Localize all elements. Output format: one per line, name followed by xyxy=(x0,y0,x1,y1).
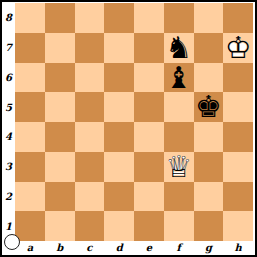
square-a1[interactable] xyxy=(15,211,45,241)
file-labels: abcdefgh xyxy=(15,241,253,254)
rank-label-8: 8 xyxy=(2,3,15,33)
board: ♞♚♔♝♚♛♕ xyxy=(15,3,253,241)
square-c4[interactable] xyxy=(75,122,105,152)
black-king-glyph: ♚ xyxy=(194,92,224,122)
square-g1[interactable] xyxy=(194,211,224,241)
square-c3[interactable] xyxy=(75,152,105,182)
square-e1[interactable] xyxy=(134,211,164,241)
square-h3[interactable] xyxy=(223,152,253,182)
square-g3[interactable] xyxy=(194,152,224,182)
square-e3[interactable] xyxy=(134,152,164,182)
rank-label-4: 4 xyxy=(2,122,15,152)
file-label-b: b xyxy=(45,241,75,254)
square-d7[interactable] xyxy=(104,33,134,63)
rank-label-6: 6 xyxy=(2,63,15,93)
square-c8[interactable] xyxy=(75,3,105,33)
square-a7[interactable] xyxy=(15,33,45,63)
square-g4[interactable] xyxy=(194,122,224,152)
square-h2[interactable] xyxy=(223,182,253,212)
file-label-c: c xyxy=(75,241,105,254)
square-c1[interactable] xyxy=(75,211,105,241)
square-a6[interactable] xyxy=(15,63,45,93)
square-e5[interactable] xyxy=(134,92,164,122)
square-f5[interactable] xyxy=(164,92,194,122)
black-bishop-glyph: ♝ xyxy=(164,63,194,93)
square-b5[interactable] xyxy=(45,92,75,122)
square-h7[interactable]: ♚♔ xyxy=(223,33,253,63)
file-label-d: d xyxy=(104,241,134,254)
square-h8[interactable] xyxy=(223,3,253,33)
square-d1[interactable] xyxy=(104,211,134,241)
square-c5[interactable] xyxy=(75,92,105,122)
square-g7[interactable] xyxy=(194,33,224,63)
file-label-h: h xyxy=(223,241,253,254)
square-g6[interactable] xyxy=(194,63,224,93)
file-label-g: g xyxy=(194,241,224,254)
square-e7[interactable] xyxy=(134,33,164,63)
square-c6[interactable] xyxy=(75,63,105,93)
square-d8[interactable] xyxy=(104,3,134,33)
square-h6[interactable] xyxy=(223,63,253,93)
square-a2[interactable] xyxy=(15,182,45,212)
diagram-frame: 87654321 ♞♚♔♝♚♛♕ abcdefgh xyxy=(0,0,257,257)
square-d3[interactable] xyxy=(104,152,134,182)
square-e6[interactable] xyxy=(134,63,164,93)
square-f8[interactable] xyxy=(164,3,194,33)
square-h4[interactable] xyxy=(223,122,253,152)
white-queen-outline: ♕ xyxy=(164,152,194,182)
square-g2[interactable] xyxy=(194,182,224,212)
rank-label-5: 5 xyxy=(2,92,15,122)
white-to-move-indicator xyxy=(4,234,20,250)
black-knight-glyph: ♞ xyxy=(164,33,194,63)
square-f3[interactable]: ♛♕ xyxy=(164,152,194,182)
square-d6[interactable] xyxy=(104,63,134,93)
square-f1[interactable] xyxy=(164,211,194,241)
square-g8[interactable] xyxy=(194,3,224,33)
square-d2[interactable] xyxy=(104,182,134,212)
black-bishop: ♝ xyxy=(164,63,194,93)
square-e4[interactable] xyxy=(134,122,164,152)
square-d4[interactable] xyxy=(104,122,134,152)
square-g5[interactable]: ♚ xyxy=(194,92,224,122)
rank-label-3: 3 xyxy=(2,152,15,182)
diagram-margin: 87654321 ♞♚♔♝♚♛♕ abcdefgh xyxy=(2,2,255,255)
rank-label-2: 2 xyxy=(2,182,15,212)
square-a8[interactable] xyxy=(15,3,45,33)
square-e8[interactable] xyxy=(134,3,164,33)
square-f7[interactable]: ♞ xyxy=(164,33,194,63)
square-b4[interactable] xyxy=(45,122,75,152)
square-a3[interactable] xyxy=(15,152,45,182)
square-e2[interactable] xyxy=(134,182,164,212)
black-knight: ♞ xyxy=(164,33,194,63)
square-c7[interactable] xyxy=(75,33,105,63)
white-king-outline: ♔ xyxy=(223,33,253,63)
rank-labels: 87654321 xyxy=(2,3,15,241)
file-label-f: f xyxy=(164,241,194,254)
square-b8[interactable] xyxy=(45,3,75,33)
file-label-e: e xyxy=(134,241,164,254)
square-d5[interactable] xyxy=(104,92,134,122)
black-king: ♚ xyxy=(194,92,224,122)
square-b7[interactable] xyxy=(45,33,75,63)
square-b3[interactable] xyxy=(45,152,75,182)
square-b2[interactable] xyxy=(45,182,75,212)
square-b6[interactable] xyxy=(45,63,75,93)
rank-label-7: 7 xyxy=(2,33,15,63)
white-queen: ♛♕ xyxy=(164,152,194,182)
square-f2[interactable] xyxy=(164,182,194,212)
square-h1[interactable] xyxy=(223,211,253,241)
white-king: ♚♔ xyxy=(223,33,253,63)
square-h5[interactable] xyxy=(223,92,253,122)
square-a4[interactable] xyxy=(15,122,45,152)
square-f6[interactable]: ♝ xyxy=(164,63,194,93)
square-c2[interactable] xyxy=(75,182,105,212)
square-a5[interactable] xyxy=(15,92,45,122)
square-b1[interactable] xyxy=(45,211,75,241)
square-f4[interactable] xyxy=(164,122,194,152)
